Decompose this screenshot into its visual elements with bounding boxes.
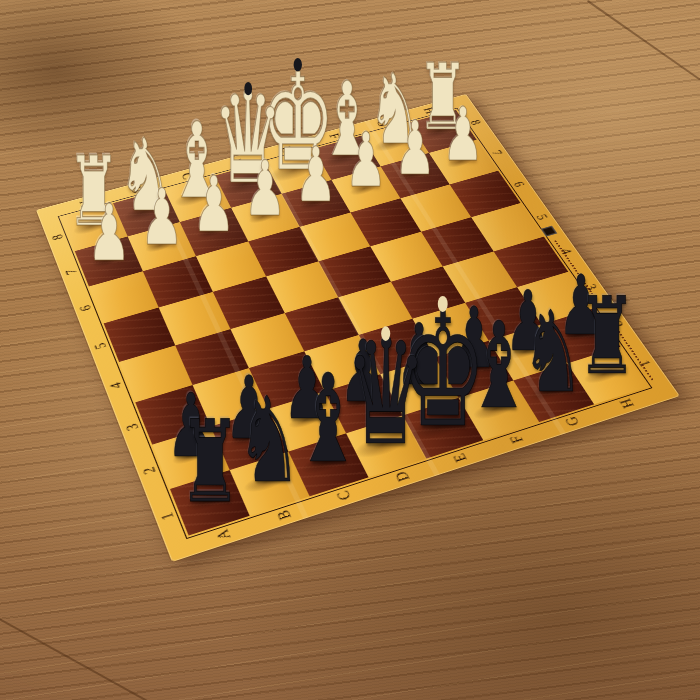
- file-label-bottom-d: D: [392, 470, 412, 484]
- rank-label-left-6: 6: [77, 303, 93, 312]
- rank-label-left-4: 4: [107, 380, 124, 390]
- rank-label-right-5: 5: [534, 213, 550, 221]
- file-label-bottom-g: G: [562, 415, 582, 428]
- photo-scene: AA88BB77CC66DD55EE44FF33GG22HH11 ♜♞♝♟♚♟♛…: [0, 0, 700, 700]
- plank-seam: [0, 616, 149, 700]
- rank-label-left-2: 2: [140, 465, 158, 476]
- rank-label-left-7: 7: [63, 267, 79, 276]
- file-label-bottom-f: F: [507, 434, 526, 445]
- rank-label-left-3: 3: [124, 422, 142, 432]
- plank-seam: [587, 0, 700, 82]
- file-label-bottom-e: E: [450, 452, 469, 464]
- rank-label-right-7: 7: [489, 149, 504, 157]
- rank-label-right-6: 6: [511, 180, 527, 188]
- file-label-bottom-h: H: [617, 397, 637, 410]
- file-label-bottom-c: C: [334, 489, 354, 502]
- rank-label-left-8: 8: [50, 233, 66, 241]
- file-label-bottom-b: B: [274, 508, 294, 521]
- rank-label-right-8: 8: [468, 119, 483, 126]
- rank-label-left-1: 1: [158, 510, 177, 521]
- file-label-bottom-a: A: [213, 528, 233, 542]
- rank-label-left-5: 5: [92, 341, 109, 350]
